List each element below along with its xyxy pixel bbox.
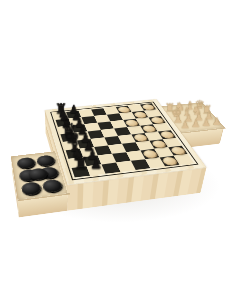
- drawer-chess-piece-wood-N: ♞: [174, 99, 185, 112]
- chess-piece-glyph: ♟: [212, 117, 221, 127]
- chess-piece-glyph: ♞: [175, 101, 185, 113]
- chess-piece-glyph: ♟: [181, 120, 190, 130]
- draughts-piece-wood: [159, 131, 175, 139]
- drawer-chess-piece-wood-B: ♝: [184, 98, 195, 111]
- chess-piece-glyph: ♝: [181, 106, 192, 118]
- chess-piece-glyph: ♟: [202, 118, 211, 128]
- drawer-draughts-piece-black: [36, 155, 56, 167]
- drawer-chess-piece-wood-P: ♟: [201, 117, 212, 128]
- drawer-draughts-piece-black: [21, 181, 42, 196]
- chess-piece-glyph: ♜: [202, 104, 212, 116]
- chess-piece-glyph: ♜: [165, 102, 175, 114]
- chess-piece-glyph: ♟: [194, 112, 203, 122]
- chess-piece-glyph: ♟: [174, 114, 183, 124]
- chess-piece-glyph: ♞: [192, 105, 202, 117]
- board-square: [163, 138, 182, 148]
- drawer-draughts-piece-black: [41, 179, 63, 193]
- drawer-chess-piece-wood-P: ♟: [183, 112, 194, 123]
- board-square: [114, 127, 131, 136]
- chess-piece-glyph: ♟: [184, 113, 193, 123]
- drawer-chess-piece-wood-B: ♝: [181, 104, 192, 118]
- drawer-chess-piece-wood-P: ♟: [180, 119, 191, 130]
- chess-piece-glyph: ♟: [191, 119, 200, 129]
- drawer-chess-piece-wood-Q: ♛: [194, 97, 205, 110]
- board-square: [145, 132, 163, 141]
- drawer-chess-piece-wood-P: ♟: [193, 111, 204, 122]
- drawer-chess-piece-wood-K: ♚: [171, 105, 182, 119]
- drawer-chess-piece-wood-P: ♟: [190, 118, 201, 129]
- drawer-draughts-piece-black: [16, 157, 36, 170]
- drawer-chess-piece-wood-R: ♜: [164, 100, 175, 113]
- chess-piece-glyph: ♝: [185, 100, 195, 111]
- product-photo-chess-set: ♜♞♝♛♚♝♞♜♟♟♟♟♟♟♟♟ ♜♟♞♟♝♟♛♟♚♟♝♟♞♟♜♟: [0, 0, 236, 305]
- drawer-chess-piece-wood-N: ♞: [191, 103, 202, 116]
- drawer-chess-piece-wood-P: ♟: [211, 116, 222, 127]
- chess-piece-glyph: ♚: [171, 107, 182, 119]
- chess-piece-glyph: ♟: [205, 111, 214, 121]
